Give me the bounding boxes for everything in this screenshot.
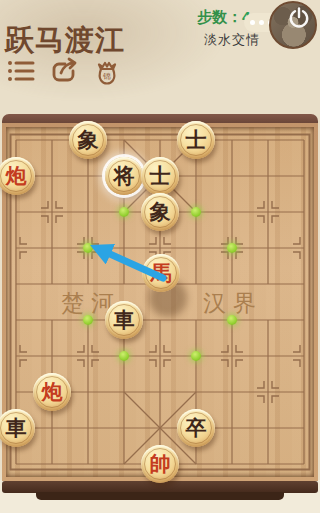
black-piece-将[interactable]: 将 — [105, 157, 143, 195]
point-3-7[interactable] — [106, 374, 142, 410]
point-0-3[interactable] — [0, 230, 34, 266]
point-8-6[interactable] — [286, 338, 320, 374]
point-1-6[interactable] — [34, 338, 70, 374]
point-1-2[interactable] — [34, 194, 70, 230]
point-4-4[interactable]: 馬 — [142, 266, 178, 302]
point-3-0[interactable] — [106, 122, 142, 158]
point-6-1[interactable] — [214, 158, 250, 194]
point-1-8[interactable] — [34, 410, 70, 446]
point-5-5[interactable] — [178, 302, 214, 338]
point-6-0[interactable] — [214, 122, 250, 158]
black-piece-車[interactable]: 車 — [105, 301, 143, 339]
point-0-7[interactable] — [0, 374, 34, 410]
point-4-1[interactable]: 士 — [142, 158, 178, 194]
point-0-2[interactable] — [0, 194, 34, 230]
point-6-5[interactable] — [214, 302, 250, 338]
point-7-0[interactable] — [250, 122, 286, 158]
point-0-0[interactable] — [0, 122, 34, 158]
point-7-9[interactable] — [250, 446, 286, 482]
red-piece-帥[interactable]: 帥 — [141, 445, 179, 483]
point-0-8[interactable]: 車 — [0, 410, 34, 446]
point-8-0[interactable] — [286, 122, 320, 158]
point-2-2[interactable] — [70, 194, 106, 230]
point-4-6[interactable] — [142, 338, 178, 374]
point-5-3[interactable] — [178, 230, 214, 266]
point-5-2[interactable] — [178, 194, 214, 230]
point-1-4[interactable] — [34, 266, 70, 302]
point-4-9[interactable]: 帥 — [142, 446, 178, 482]
point-8-4[interactable] — [286, 266, 320, 302]
move-hint-dot[interactable] — [119, 207, 129, 217]
point-6-2[interactable] — [214, 194, 250, 230]
point-6-6[interactable] — [214, 338, 250, 374]
red-piece-馬[interactable]: 馬 — [142, 254, 180, 292]
point-2-7[interactable] — [70, 374, 106, 410]
point-2-3[interactable] — [70, 230, 106, 266]
red-piece-炮[interactable]: 炮 — [0, 157, 35, 195]
dot-icon — [259, 20, 264, 25]
piece-char: 士 — [150, 166, 171, 187]
puzzle-title: 跃马渡江 — [5, 21, 125, 61]
point-3-4[interactable] — [106, 266, 142, 302]
point-6-8[interactable] — [214, 410, 250, 446]
point-2-0[interactable]: 象 — [70, 122, 106, 158]
point-6-3[interactable] — [214, 230, 250, 266]
move-hint-dot[interactable] — [83, 243, 93, 253]
move-hint-dot[interactable] — [227, 243, 237, 253]
steps-label: 步数： — [197, 8, 242, 25]
red-piece-炮[interactable]: 炮 — [33, 373, 71, 411]
point-6-4[interactable] — [214, 266, 250, 302]
black-piece-車[interactable]: 車 — [0, 409, 35, 447]
point-7-4[interactable] — [250, 266, 286, 302]
point-7-6[interactable] — [250, 338, 286, 374]
point-8-1[interactable] — [286, 158, 320, 194]
point-1-7[interactable]: 炮 — [34, 374, 70, 410]
point-3-6[interactable] — [106, 338, 142, 374]
point-2-6[interactable] — [70, 338, 106, 374]
board-stand-foot — [36, 492, 284, 500]
piece-char: 象 — [150, 202, 171, 223]
move-hint-dot[interactable] — [227, 315, 237, 325]
move-hint-dot[interactable] — [191, 207, 201, 217]
point-8-8[interactable] — [286, 410, 320, 446]
piece-char: 車 — [114, 310, 135, 331]
hint-pouch-icon[interactable]: 锦 — [92, 56, 122, 86]
black-piece-象[interactable]: 象 — [69, 121, 107, 159]
piece-char: 士 — [186, 130, 207, 151]
point-1-9[interactable] — [34, 446, 70, 482]
point-5-0[interactable]: 士 — [178, 122, 214, 158]
point-8-9[interactable] — [286, 446, 320, 482]
point-2-9[interactable] — [70, 446, 106, 482]
point-8-3[interactable] — [286, 230, 320, 266]
point-5-4[interactable] — [178, 266, 214, 302]
piece-char: 車 — [6, 418, 27, 439]
point-4-5[interactable] — [142, 302, 178, 338]
point-7-7[interactable] — [250, 374, 286, 410]
point-1-1[interactable] — [34, 158, 70, 194]
point-3-9[interactable] — [106, 446, 142, 482]
power-icon[interactable] — [287, 6, 311, 30]
point-4-7[interactable] — [142, 374, 178, 410]
point-7-1[interactable] — [250, 158, 286, 194]
share-icon[interactable] — [49, 56, 79, 86]
point-2-1[interactable] — [70, 158, 106, 194]
point-5-6[interactable] — [178, 338, 214, 374]
point-5-7[interactable] — [178, 374, 214, 410]
point-0-9[interactable] — [0, 446, 34, 482]
dot-icon — [250, 20, 255, 25]
piece-char: 帥 — [150, 454, 171, 475]
point-7-2[interactable] — [250, 194, 286, 230]
point-3-3[interactable] — [106, 230, 142, 266]
point-1-0[interactable] — [34, 122, 70, 158]
point-5-9[interactable] — [178, 446, 214, 482]
move-hint-dot[interactable] — [119, 351, 129, 361]
player-name: 淡水交情 — [204, 31, 260, 49]
point-4-8[interactable] — [142, 410, 178, 446]
black-piece-卒[interactable]: 卒 — [177, 409, 215, 447]
black-piece-士[interactable]: 士 — [177, 121, 215, 159]
point-2-4[interactable] — [70, 266, 106, 302]
point-5-8[interactable]: 卒 — [178, 410, 214, 446]
point-3-1[interactable]: 将 — [106, 158, 142, 194]
piece-char: 将 — [114, 166, 135, 187]
point-7-3[interactable] — [250, 230, 286, 266]
steps-counter: 步数：4 — [197, 8, 250, 27]
point-8-5[interactable] — [286, 302, 320, 338]
point-1-5[interactable] — [34, 302, 70, 338]
point-0-6[interactable] — [0, 338, 34, 374]
point-5-1[interactable] — [178, 158, 214, 194]
piece-char: 馬 — [151, 263, 172, 284]
toolbar: 锦 — [6, 56, 122, 86]
move-hint-dot[interactable] — [83, 315, 93, 325]
piece-char: 炮 — [6, 166, 27, 187]
move-hint-dot[interactable] — [191, 351, 201, 361]
point-4-0[interactable] — [142, 122, 178, 158]
point-4-2[interactable]: 象 — [142, 194, 178, 230]
point-0-5[interactable] — [0, 302, 34, 338]
point-7-8[interactable] — [250, 410, 286, 446]
point-2-8[interactable] — [70, 410, 106, 446]
piece-char: 炮 — [42, 382, 63, 403]
pouch-char: 锦 — [102, 72, 111, 81]
point-0-1[interactable]: 炮 — [0, 158, 34, 194]
piece-char: 卒 — [186, 418, 207, 439]
point-0-4[interactable] — [0, 266, 34, 302]
point-3-5[interactable]: 車 — [106, 302, 142, 338]
point-6-7[interactable] — [214, 374, 250, 410]
moves-list-icon[interactable] — [6, 56, 36, 86]
point-1-3[interactable] — [34, 230, 70, 266]
point-6-9[interactable] — [214, 446, 250, 482]
point-8-7[interactable] — [286, 374, 320, 410]
point-3-8[interactable] — [106, 410, 142, 446]
piece-char: 象 — [78, 130, 99, 151]
point-7-5[interactable] — [250, 302, 286, 338]
point-8-2[interactable] — [286, 194, 320, 230]
point-3-2[interactable] — [106, 194, 142, 230]
board-grid: 象士炮将士象馬車炮車卒帥 — [0, 122, 320, 482]
black-piece-士[interactable]: 士 — [141, 157, 179, 195]
black-piece-象[interactable]: 象 — [141, 193, 179, 231]
point-2-5[interactable] — [70, 302, 106, 338]
